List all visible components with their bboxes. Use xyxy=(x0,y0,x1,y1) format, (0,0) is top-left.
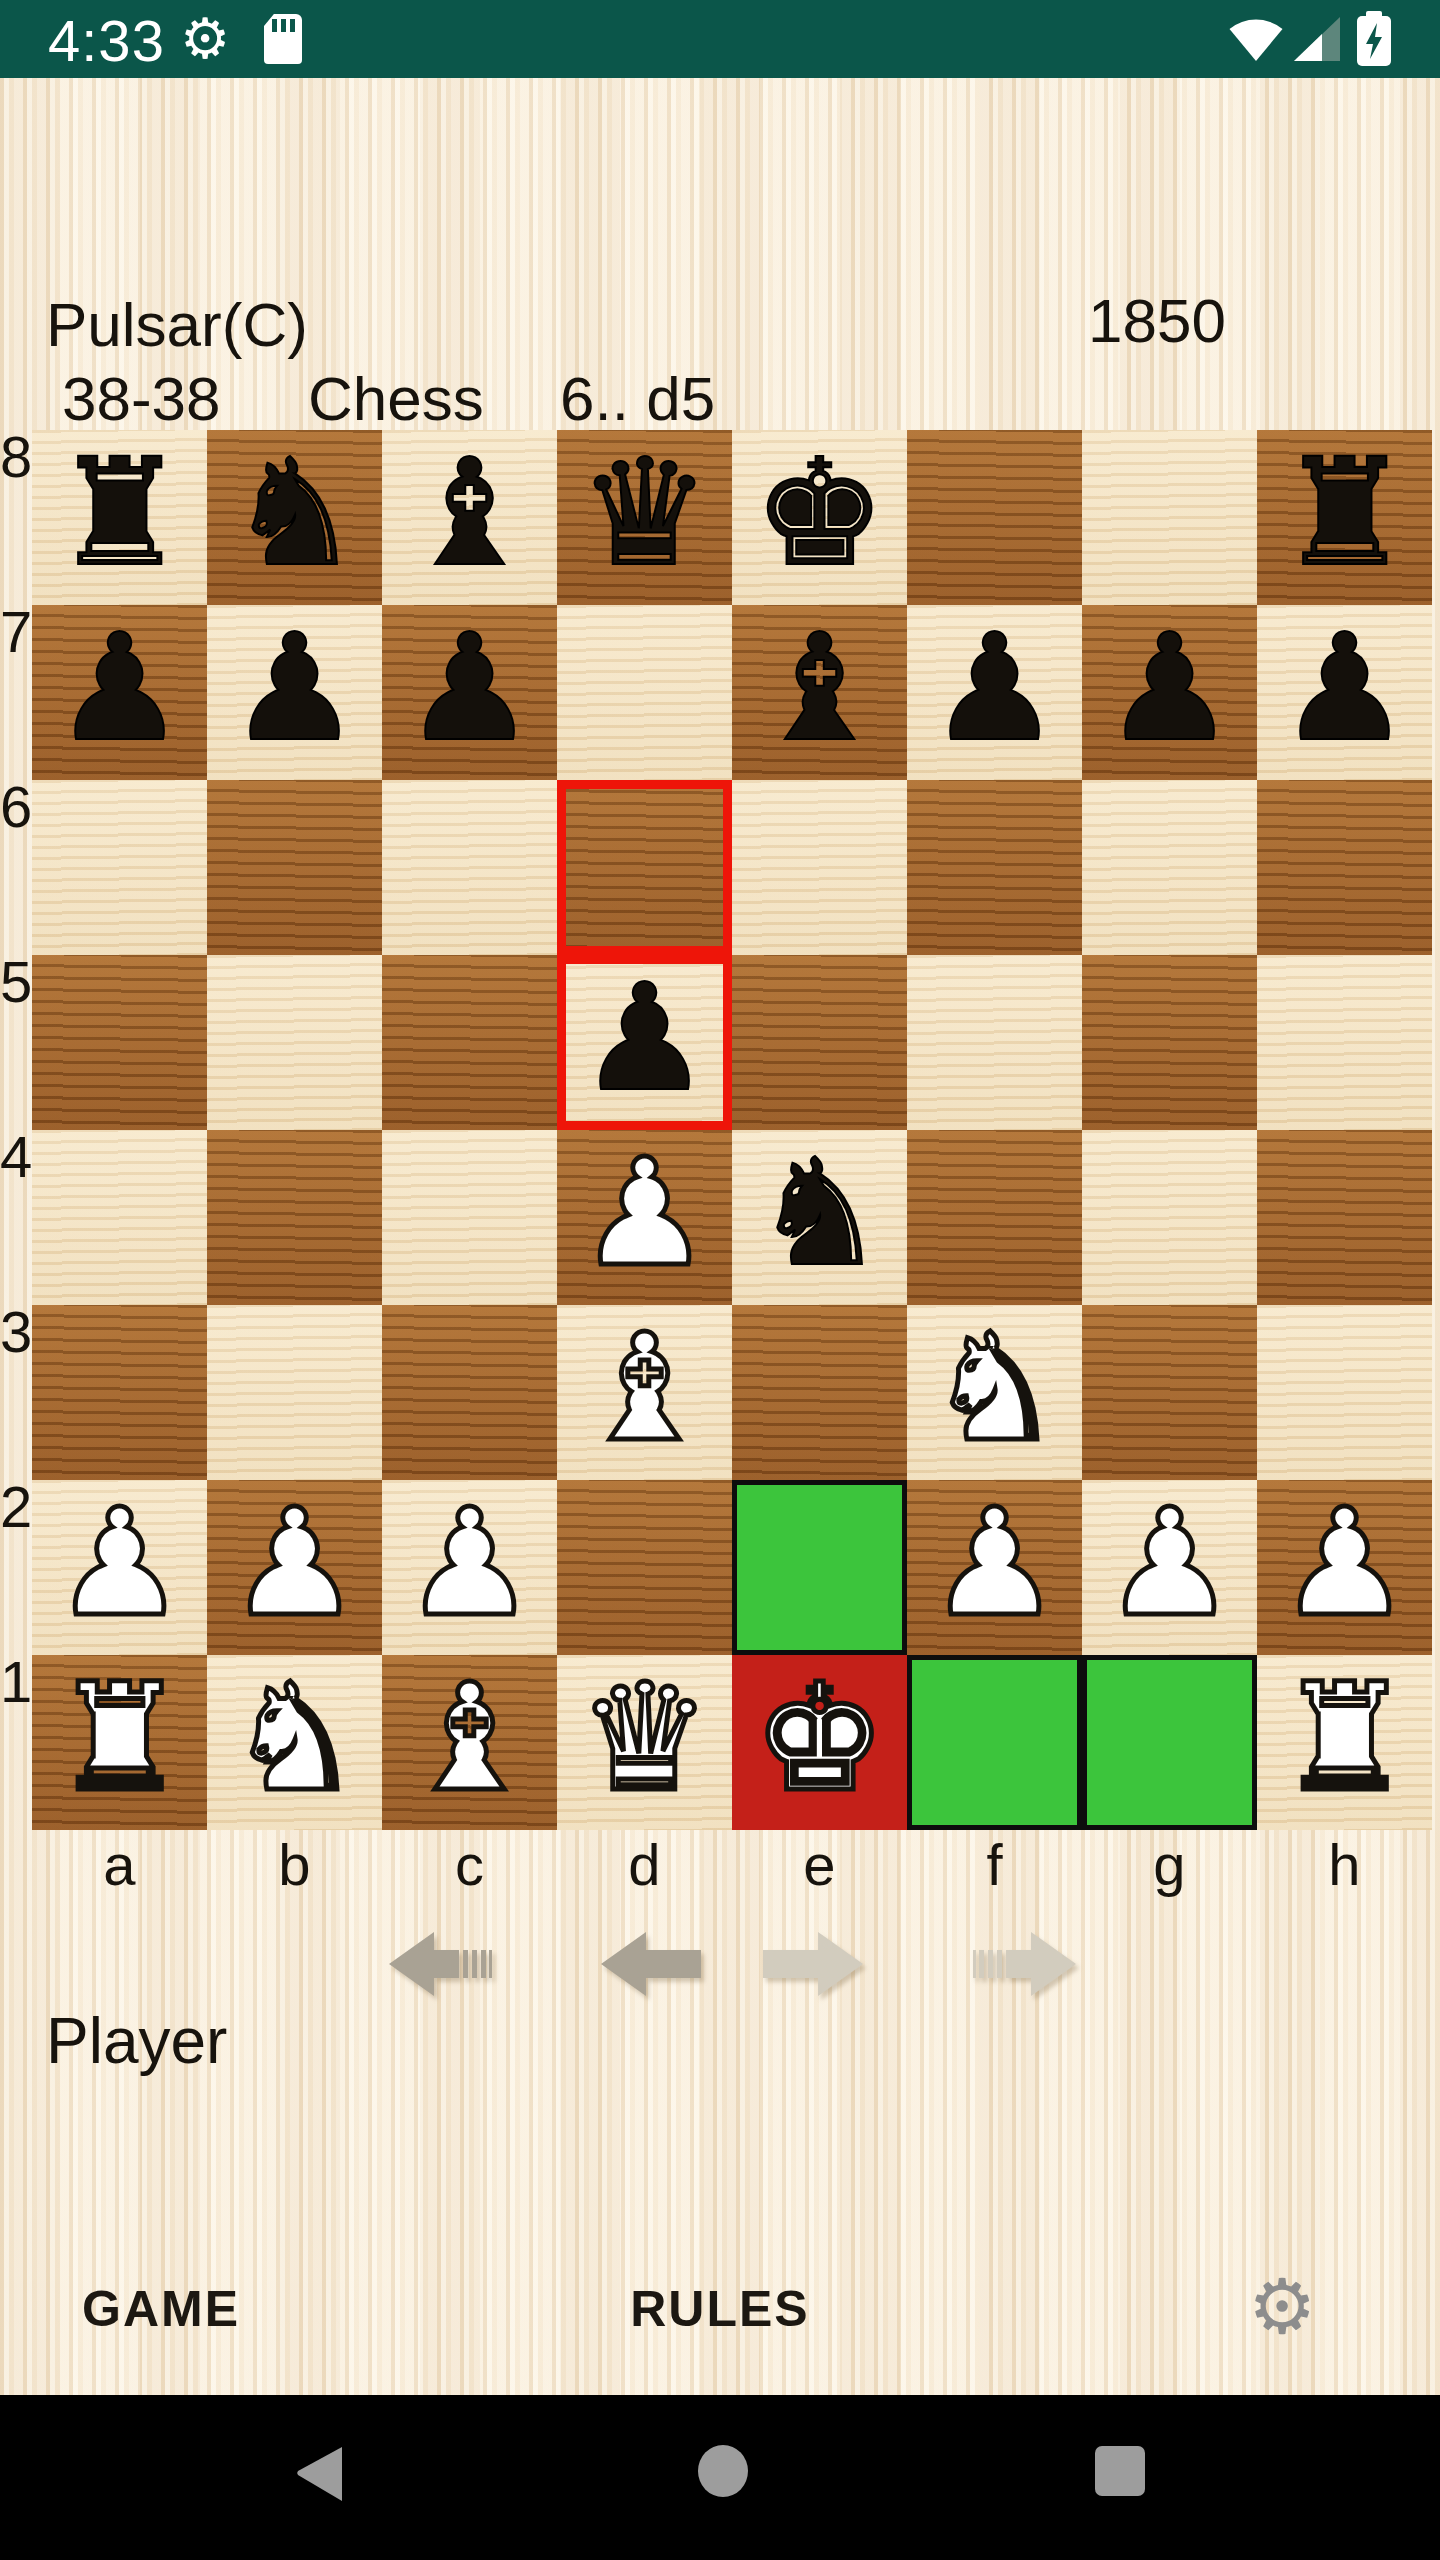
rank-label-6: 6 xyxy=(0,776,30,838)
square-b4[interactable] xyxy=(207,1130,382,1305)
file-label-g: g xyxy=(1082,1834,1257,1896)
black-queen-piece: ♛ xyxy=(557,430,732,605)
square-d3[interactable]: ♝ xyxy=(557,1305,732,1480)
black-bishop-piece: ♝ xyxy=(382,430,557,605)
square-c5[interactable] xyxy=(382,955,557,1130)
square-a5[interactable] xyxy=(32,955,207,1130)
black-knight-piece: ♞ xyxy=(732,1130,907,1305)
white-bishop-piece: ♝ xyxy=(382,1655,557,1830)
player-label: Player xyxy=(46,2004,227,2078)
white-rook-piece: ♜ xyxy=(32,1655,207,1830)
square-h7[interactable]: ♟ xyxy=(1257,605,1432,780)
square-b2[interactable]: ♟ xyxy=(207,1480,382,1655)
white-pawn-piece: ♟ xyxy=(207,1480,382,1655)
square-h1[interactable]: ♜ xyxy=(1257,1655,1432,1830)
square-g5[interactable] xyxy=(1082,955,1257,1130)
rank-label-8: 8 xyxy=(0,426,30,488)
white-pawn-piece: ♟ xyxy=(1257,1480,1432,1655)
square-e5[interactable] xyxy=(732,955,907,1130)
square-e3[interactable] xyxy=(732,1305,907,1480)
square-g3[interactable] xyxy=(1082,1305,1257,1480)
black-rook-piece: ♜ xyxy=(32,430,207,605)
black-king-piece: ♚ xyxy=(732,430,907,605)
square-e2[interactable] xyxy=(732,1480,907,1655)
white-knight-piece: ♞ xyxy=(907,1305,1082,1480)
square-b7[interactable]: ♟ xyxy=(207,605,382,780)
sd-card-icon xyxy=(264,14,302,64)
white-bishop-piece: ♝ xyxy=(557,1305,732,1480)
white-knight-piece: ♞ xyxy=(207,1655,382,1830)
file-label-b: b xyxy=(207,1834,382,1896)
square-h4[interactable] xyxy=(1257,1130,1432,1305)
square-f8[interactable] xyxy=(907,430,1082,605)
engine-name: Pulsar(C) xyxy=(46,290,308,360)
square-a6[interactable] xyxy=(32,780,207,955)
white-rook-piece: ♜ xyxy=(1257,1655,1432,1830)
file-label-f: f xyxy=(907,1834,1082,1896)
variant-label: Chess xyxy=(308,364,484,434)
status-time: 4:33 xyxy=(48,0,165,78)
rank-label-2: 2 xyxy=(0,1476,30,1538)
black-pawn-piece: ♟ xyxy=(907,605,1082,780)
clock-score: 38-38 xyxy=(62,364,221,434)
square-a1[interactable]: ♜ xyxy=(32,1655,207,1830)
gear-icon: ⚙ xyxy=(180,0,230,76)
back-icon[interactable] xyxy=(296,2445,344,2503)
square-f5[interactable] xyxy=(907,955,1082,1130)
fast-forward-icon xyxy=(972,1932,1076,1996)
cell-signal-icon xyxy=(1294,17,1340,61)
square-h6[interactable] xyxy=(1257,780,1432,955)
black-pawn-piece: ♟ xyxy=(1257,605,1432,780)
square-h2[interactable]: ♟ xyxy=(1257,1480,1432,1655)
square-g2[interactable]: ♟ xyxy=(1082,1480,1257,1655)
white-pawn-piece: ♟ xyxy=(557,1130,732,1305)
step-forward-button[interactable] xyxy=(759,1932,863,1996)
black-pawn-piece: ♟ xyxy=(1082,605,1257,780)
rank-label-4: 4 xyxy=(0,1126,30,1188)
white-king-piece: ♚ xyxy=(732,1655,907,1830)
square-g7[interactable]: ♟ xyxy=(1082,605,1257,780)
square-e1[interactable]: ♚ xyxy=(732,1655,907,1830)
square-a2[interactable]: ♟ xyxy=(32,1480,207,1655)
fast-forward-button[interactable] xyxy=(972,1932,1076,1996)
square-d4[interactable]: ♟ xyxy=(557,1130,732,1305)
rank-label-5: 5 xyxy=(0,951,30,1013)
black-pawn-piece: ♟ xyxy=(557,955,732,1130)
square-h3[interactable] xyxy=(1257,1305,1432,1480)
square-c7[interactable]: ♟ xyxy=(382,605,557,780)
square-c8[interactable]: ♝ xyxy=(382,430,557,605)
step-back-button[interactable] xyxy=(601,1932,705,1996)
square-c1[interactable]: ♝ xyxy=(382,1655,557,1830)
white-pawn-piece: ♟ xyxy=(32,1480,207,1655)
square-g8[interactable] xyxy=(1082,430,1257,605)
white-pawn-piece: ♟ xyxy=(907,1480,1082,1655)
square-f3[interactable]: ♞ xyxy=(907,1305,1082,1480)
fast-rewind-icon xyxy=(389,1932,493,1996)
rank-label-3: 3 xyxy=(0,1301,30,1363)
black-pawn-piece: ♟ xyxy=(382,605,557,780)
square-d5[interactable]: ♟ xyxy=(557,955,732,1130)
white-pawn-piece: ♟ xyxy=(1082,1480,1257,1655)
settings-gear-icon[interactable]: ⚙ xyxy=(1248,2262,1316,2351)
square-b1[interactable]: ♞ xyxy=(207,1655,382,1830)
black-pawn-piece: ♟ xyxy=(207,605,382,780)
black-pawn-piece: ♟ xyxy=(32,605,207,780)
status-bar: 4:33 ⚙ xyxy=(0,0,1440,78)
battery-charging-icon xyxy=(1356,11,1392,67)
square-e8[interactable]: ♚ xyxy=(732,430,907,605)
chess-board[interactable]: ♜♞♝♛♚♜♟♟♟♝♟♟♟♟♟♞♝♞♟♟♟♟♟♟♜♞♝♛♚♜ xyxy=(32,430,1432,1830)
square-d7[interactable] xyxy=(557,605,732,780)
square-e4[interactable]: ♞ xyxy=(732,1130,907,1305)
white-queen-piece: ♛ xyxy=(557,1655,732,1830)
black-knight-piece: ♞ xyxy=(207,430,382,605)
square-f1[interactable] xyxy=(907,1655,1082,1830)
square-f7[interactable]: ♟ xyxy=(907,605,1082,780)
square-c2[interactable]: ♟ xyxy=(382,1480,557,1655)
rules-menu-button[interactable]: RULES xyxy=(630,2280,809,2338)
square-d1[interactable]: ♛ xyxy=(557,1655,732,1830)
square-a8[interactable]: ♜ xyxy=(32,430,207,605)
app-background: 4:33 ⚙ Pulsar(C) 1850 38-38 Chess 6.. d5… xyxy=(0,0,1440,2560)
home-icon[interactable] xyxy=(697,2445,749,2497)
file-label-d: d xyxy=(557,1834,732,1896)
square-c3[interactable] xyxy=(382,1305,557,1480)
black-bishop-piece: ♝ xyxy=(732,605,907,780)
square-f4[interactable] xyxy=(907,1130,1082,1305)
square-g1[interactable] xyxy=(1082,1655,1257,1830)
last-move-label: 6.. d5 xyxy=(560,364,715,434)
square-h8[interactable]: ♜ xyxy=(1257,430,1432,605)
black-rook-piece: ♜ xyxy=(1257,430,1432,605)
square-a3[interactable] xyxy=(32,1305,207,1480)
engine-rating: 1850 xyxy=(1088,286,1226,356)
square-b6[interactable] xyxy=(207,780,382,955)
fast-rewind-button[interactable] xyxy=(389,1932,493,1996)
file-label-a: a xyxy=(32,1834,207,1896)
recents-icon[interactable] xyxy=(1094,2445,1146,2497)
square-a4[interactable] xyxy=(32,1130,207,1305)
file-label-e: e xyxy=(732,1834,907,1896)
wifi-icon xyxy=(1228,16,1284,62)
square-a7[interactable]: ♟ xyxy=(32,605,207,780)
white-pawn-piece: ♟ xyxy=(382,1480,557,1655)
square-e6[interactable] xyxy=(732,780,907,955)
square-f6[interactable] xyxy=(907,780,1082,955)
square-d6[interactable] xyxy=(557,780,732,955)
square-e7[interactable]: ♝ xyxy=(732,605,907,780)
square-b5[interactable] xyxy=(207,955,382,1130)
step-back-icon xyxy=(601,1932,705,1996)
square-b3[interactable] xyxy=(207,1305,382,1480)
file-label-h: h xyxy=(1257,1834,1432,1896)
square-g6[interactable] xyxy=(1082,780,1257,955)
file-label-c: c xyxy=(382,1834,557,1896)
square-b8[interactable]: ♞ xyxy=(207,430,382,605)
step-forward-icon xyxy=(759,1932,863,1996)
square-h5[interactable] xyxy=(1257,955,1432,1130)
android-nav-bar xyxy=(0,2395,1440,2560)
square-f2[interactable]: ♟ xyxy=(907,1480,1082,1655)
rank-label-7: 7 xyxy=(0,601,30,663)
square-d2[interactable] xyxy=(557,1480,732,1655)
square-c4[interactable] xyxy=(382,1130,557,1305)
square-c6[interactable] xyxy=(382,780,557,955)
game-menu-button[interactable]: GAME xyxy=(82,2280,240,2338)
rank-label-1: 1 xyxy=(0,1651,30,1713)
square-g4[interactable] xyxy=(1082,1130,1257,1305)
square-d8[interactable]: ♛ xyxy=(557,430,732,605)
